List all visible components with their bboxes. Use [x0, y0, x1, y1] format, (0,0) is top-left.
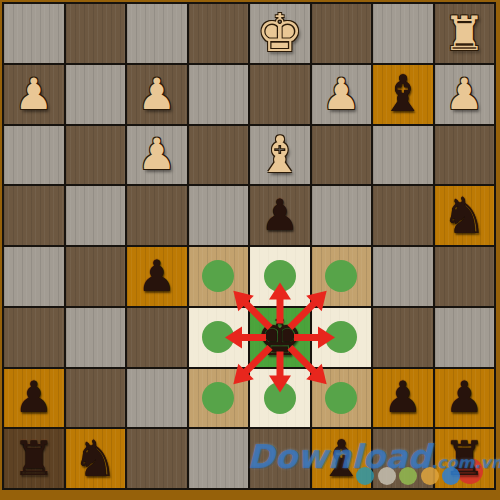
- piece-black-knight[interactable]: ♞: [442, 191, 487, 241]
- square-r1c4[interactable]: [250, 65, 310, 124]
- legal-move-dot[interactable]: [202, 260, 234, 292]
- square-r4c6[interactable]: [373, 247, 433, 306]
- legal-move-dot[interactable]: [202, 321, 234, 353]
- square-r0c6[interactable]: [373, 4, 433, 63]
- square-r0c4[interactable]: ♚: [250, 4, 310, 63]
- square-r7c7[interactable]: ♜: [435, 429, 495, 488]
- legal-move-dot[interactable]: [264, 382, 296, 414]
- piece-black-bishop[interactable]: ♝: [319, 434, 364, 484]
- square-r5c4[interactable]: ♚: [250, 308, 310, 367]
- legal-move-dot[interactable]: [325, 321, 357, 353]
- square-r6c7[interactable]: ♟: [435, 369, 495, 428]
- square-r7c1[interactable]: ♞: [66, 429, 126, 488]
- square-r0c1[interactable]: [66, 4, 126, 63]
- square-r0c3[interactable]: [189, 4, 249, 63]
- square-r6c1[interactable]: [66, 369, 126, 428]
- square-r6c3[interactable]: [189, 369, 249, 428]
- piece-black-rook[interactable]: ♜: [443, 435, 485, 482]
- piece-black-king[interactable]: ♚: [256, 311, 303, 363]
- square-r2c1[interactable]: [66, 126, 126, 185]
- square-r5c1[interactable]: [66, 308, 126, 367]
- square-r4c2[interactable]: ♟: [127, 247, 187, 306]
- square-r3c5[interactable]: [312, 186, 372, 245]
- legal-move-dot[interactable]: [325, 260, 357, 292]
- square-r1c0[interactable]: ♟: [4, 65, 64, 124]
- legal-move-dot[interactable]: [325, 382, 357, 414]
- square-r3c4[interactable]: ♟: [250, 186, 310, 245]
- square-r2c3[interactable]: [189, 126, 249, 185]
- square-r3c7[interactable]: ♞: [435, 186, 495, 245]
- piece-white-pawn[interactable]: ♟: [137, 73, 176, 116]
- square-r2c7[interactable]: [435, 126, 495, 185]
- square-r5c5[interactable]: [312, 308, 372, 367]
- square-r1c2[interactable]: ♟: [127, 65, 187, 124]
- square-r5c3[interactable]: [189, 308, 249, 367]
- square-r7c4[interactable]: [250, 429, 310, 488]
- piece-white-pawn[interactable]: ♟: [322, 73, 361, 116]
- piece-black-knight[interactable]: ♞: [73, 434, 118, 484]
- piece-black-pawn[interactable]: ♟: [14, 376, 53, 419]
- piece-white-king[interactable]: ♚: [256, 7, 303, 59]
- square-r3c2[interactable]: [127, 186, 187, 245]
- square-r0c7[interactable]: ♜: [435, 4, 495, 63]
- square-r6c4[interactable]: [250, 369, 310, 428]
- square-r0c5[interactable]: [312, 4, 372, 63]
- square-r5c2[interactable]: [127, 308, 187, 367]
- square-r4c5[interactable]: [312, 247, 372, 306]
- square-r2c5[interactable]: [312, 126, 372, 185]
- square-r7c5[interactable]: ♝: [312, 429, 372, 488]
- square-r5c0[interactable]: [4, 308, 64, 367]
- piece-black-pawn[interactable]: ♟: [383, 376, 422, 419]
- square-r3c0[interactable]: [4, 186, 64, 245]
- square-r1c1[interactable]: [66, 65, 126, 124]
- piece-white-rook[interactable]: ♜: [443, 10, 485, 57]
- piece-black-rook[interactable]: ♜: [13, 435, 55, 482]
- square-r2c2[interactable]: ♟: [127, 126, 187, 185]
- square-r3c3[interactable]: [189, 186, 249, 245]
- piece-black-pawn[interactable]: ♟: [445, 376, 484, 419]
- legal-move-dot[interactable]: [264, 260, 296, 292]
- square-r4c0[interactable]: [4, 247, 64, 306]
- chess-board: ♚♜♟♟♟♝♟♟♝♟♞♟♚♟♟♟♜♞♝♜: [2, 2, 496, 490]
- square-r6c2[interactable]: [127, 369, 187, 428]
- square-r4c4[interactable]: [250, 247, 310, 306]
- legal-move-dot[interactable]: [202, 382, 234, 414]
- piece-black-pawn[interactable]: ♟: [137, 255, 176, 298]
- square-r1c3[interactable]: [189, 65, 249, 124]
- piece-white-pawn[interactable]: ♟: [14, 73, 53, 116]
- square-r4c7[interactable]: [435, 247, 495, 306]
- square-r2c6[interactable]: [373, 126, 433, 185]
- square-r3c1[interactable]: [66, 186, 126, 245]
- piece-white-pawn[interactable]: ♟: [137, 133, 176, 176]
- square-r0c2[interactable]: [127, 4, 187, 63]
- piece-white-bishop[interactable]: ♝: [257, 130, 302, 180]
- square-r5c7[interactable]: [435, 308, 495, 367]
- square-r6c6[interactable]: ♟: [373, 369, 433, 428]
- square-r2c4[interactable]: ♝: [250, 126, 310, 185]
- piece-black-pawn[interactable]: ♟: [260, 194, 299, 237]
- square-r7c0[interactable]: ♜: [4, 429, 64, 488]
- piece-white-pawn[interactable]: ♟: [445, 73, 484, 116]
- square-r6c5[interactable]: [312, 369, 372, 428]
- square-r3c6[interactable]: [373, 186, 433, 245]
- square-r7c2[interactable]: [127, 429, 187, 488]
- square-r1c6[interactable]: ♝: [373, 65, 433, 124]
- square-r6c0[interactable]: ♟: [4, 369, 64, 428]
- square-r4c1[interactable]: [66, 247, 126, 306]
- square-r1c5[interactable]: ♟: [312, 65, 372, 124]
- square-r0c0[interactable]: [4, 4, 64, 63]
- chess-tutorial-screen: ♚♜♟♟♟♝♟♟♝♟♞♟♚♟♟♟♜♞♝♜ Download.com.vn: [0, 0, 500, 500]
- square-r2c0[interactable]: [4, 126, 64, 185]
- square-r4c3[interactable]: [189, 247, 249, 306]
- square-r1c7[interactable]: ♟: [435, 65, 495, 124]
- square-r7c3[interactable]: [189, 429, 249, 488]
- square-r7c6[interactable]: [373, 429, 433, 488]
- square-r5c6[interactable]: [373, 308, 433, 367]
- piece-black-bishop[interactable]: ♝: [380, 69, 425, 119]
